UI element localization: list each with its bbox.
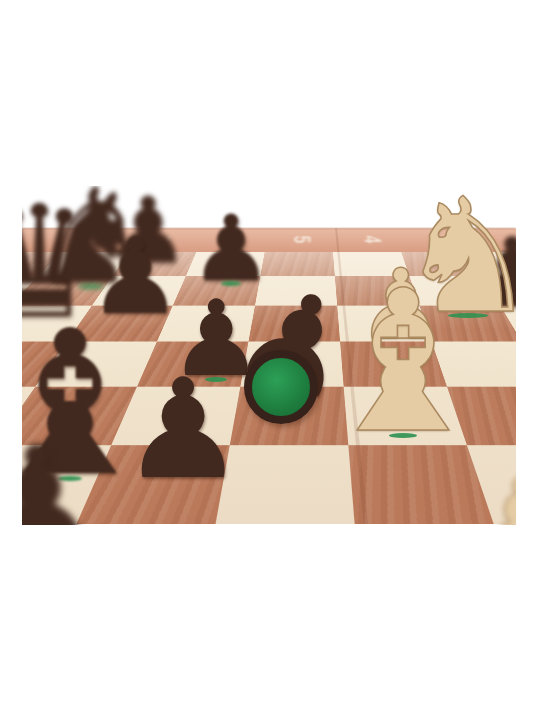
piece-white-bishop: ♝: [315, 264, 491, 460]
product-photo-page: 8765432 ♛♞♟♟♟♟♟♟♝♟♟♞♟♝♟: [0, 0, 540, 720]
pieces-layer: ♛♞♟♟♟♟♟♟♝♟♟♞♟♝♟: [22, 186, 516, 525]
piece-dark-pawn: ♟: [22, 427, 105, 525]
felt-base-edge: [389, 433, 417, 438]
chess-set-photo: 8765432 ♛♞♟♟♟♟♟♟♝♟♟♞♟♝♟: [22, 186, 516, 525]
piece-white-pawn: ♟: [472, 464, 516, 525]
piece-dark-pawn: ♟: [121, 361, 245, 499]
fallen-pawn-felt-base: [244, 350, 318, 424]
